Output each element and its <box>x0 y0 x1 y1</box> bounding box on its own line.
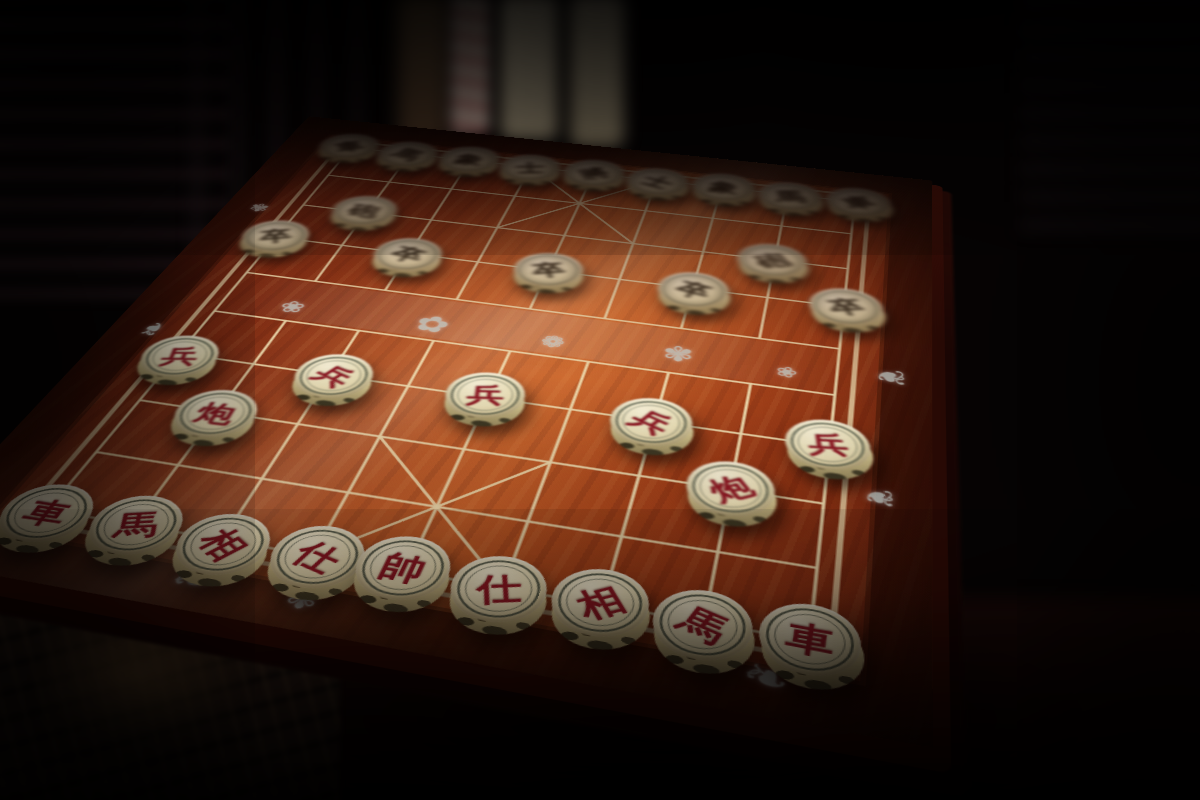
piece-black-soldier[interactable]: 卒 <box>365 235 450 275</box>
piece-character: 車 <box>332 139 366 154</box>
piece-character: 卒 <box>671 279 715 302</box>
piece-character: 車 <box>783 618 836 660</box>
background-striped-pillar <box>450 0 490 134</box>
piece-black-advisor[interactable]: 士 <box>493 152 566 184</box>
piece-red-chariot[interactable]: 車 <box>754 597 863 684</box>
piece-character: 仕 <box>475 572 522 605</box>
piece-black-cannon[interactable]: 砲 <box>734 241 809 281</box>
piece-red-cannon[interactable]: 炮 <box>160 385 269 442</box>
background-carved-panel-right <box>1020 0 1200 230</box>
piece-black-horse[interactable]: 馬 <box>755 180 824 214</box>
background-pillar-cream-2 <box>570 0 624 146</box>
piece-red-cannon[interactable]: 炮 <box>681 456 779 522</box>
piece-character: 砲 <box>345 202 384 219</box>
piece-character: 車 <box>838 194 879 211</box>
piece-character: 兵 <box>465 383 505 405</box>
photo-scene: 車馬象士將士象馬車砲砲卒卒卒卒卒兵兵兵兵兵炮炮車馬相仕帥仕相馬車 ❀✿❁✾❀❧✾… <box>0 0 1200 800</box>
piece-character: 卒 <box>259 227 291 244</box>
piece-character: 卒 <box>530 261 567 279</box>
piece-black-elephant[interactable]: 象 <box>688 171 758 204</box>
piece-red-soldier[interactable]: 兵 <box>436 368 534 423</box>
pieces-layer: 車馬象士將士象馬車砲砲卒卒卒卒卒兵兵兵兵兵炮炮車馬相仕帥仕相馬車 <box>0 116 933 747</box>
piece-character: 帥 <box>375 549 431 585</box>
piece-character: 兵 <box>158 346 202 366</box>
piece-character: 兵 <box>308 361 360 390</box>
xiangqi-board[interactable]: 車馬象士將士象馬車砲砲卒卒卒卒卒兵兵兵兵兵炮炮車馬相仕帥仕相馬車 ❀✿❁✾❀❧✾… <box>0 116 933 747</box>
piece-red-soldier[interactable]: 兵 <box>283 350 384 403</box>
piece-black-elephant[interactable]: 象 <box>432 144 506 175</box>
background-pillar-cream <box>500 0 558 139</box>
piece-character: 馬 <box>388 146 427 162</box>
piece-character: 兵 <box>624 406 678 438</box>
piece-character: 砲 <box>750 251 793 270</box>
piece-black-general[interactable]: 將 <box>558 157 630 189</box>
piece-red-soldier[interactable]: 兵 <box>782 415 872 476</box>
piece-character: 卒 <box>386 244 430 265</box>
piece-black-soldier[interactable]: 卒 <box>807 285 884 330</box>
piece-character: 將 <box>575 165 612 181</box>
piece-black-soldier[interactable]: 卒 <box>231 217 318 255</box>
piece-character: 馬 <box>671 602 734 648</box>
piece-character: 炮 <box>190 400 241 426</box>
piece-character: 士 <box>637 173 677 191</box>
piece-character: 士 <box>515 161 545 174</box>
piece-red-advisor[interactable]: 仕 <box>439 550 556 630</box>
piece-black-soldier[interactable]: 卒 <box>506 250 589 291</box>
piece-character: 卒 <box>824 297 867 316</box>
piece-character: 馬 <box>111 509 161 539</box>
piece-black-advisor[interactable]: 士 <box>622 166 693 199</box>
piece-character: 相 <box>570 582 630 623</box>
piece-red-elephant[interactable]: 相 <box>542 562 656 644</box>
background-pillar-tan <box>398 0 448 144</box>
piece-character: 炮 <box>702 472 758 505</box>
piece-character: 馬 <box>773 190 808 203</box>
piece-character: 仕 <box>286 536 348 576</box>
piece-character: 象 <box>452 152 487 167</box>
piece-red-horse[interactable]: 馬 <box>645 583 757 668</box>
piece-character: 車 <box>17 497 77 529</box>
board-perspective-wrap: 車馬象士將士象馬車砲砲卒卒卒卒卒兵兵兵兵兵炮炮車馬相仕帥仕相馬車 ❀✿❁✾❀❧✾… <box>0 116 933 747</box>
piece-red-soldier[interactable]: 兵 <box>127 331 231 381</box>
piece-character: 象 <box>706 179 740 195</box>
piece-black-cannon[interactable]: 砲 <box>323 193 405 228</box>
piece-red-soldier[interactable]: 兵 <box>603 393 697 451</box>
piece-black-soldier[interactable]: 卒 <box>653 269 733 312</box>
piece-black-chariot[interactable]: 車 <box>824 185 891 220</box>
piece-character: 兵 <box>806 431 850 457</box>
piece-character: 相 <box>193 524 254 565</box>
